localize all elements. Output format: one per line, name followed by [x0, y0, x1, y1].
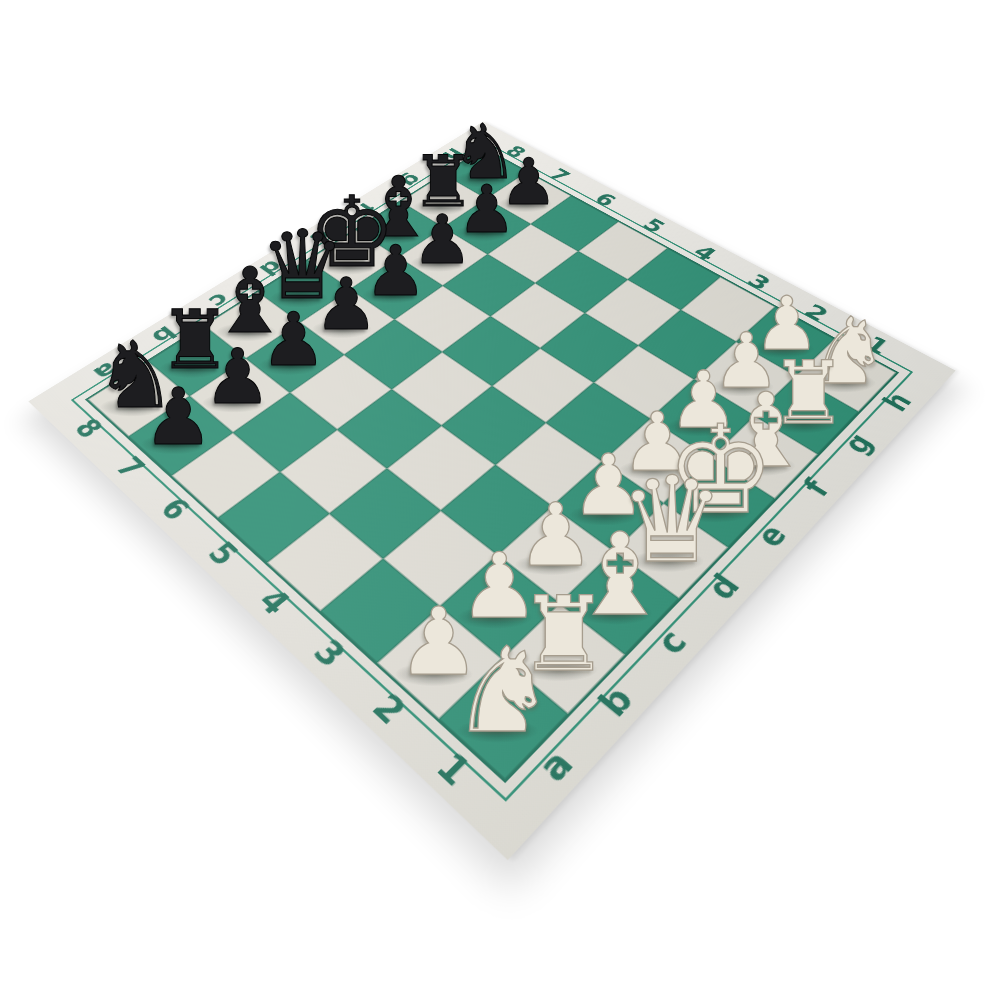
- chess-board-grid: [85, 147, 899, 783]
- file-label-near-c: c: [651, 624, 694, 660]
- file-label-near-a: a: [532, 744, 579, 789]
- file-label-near-g: g: [838, 429, 878, 458]
- board-scene: aabbccddeeffgghh1122334455667788: [0, 0, 1001, 1001]
- chess-set-photo: aabbccddeeffgghh1122334455667788 ♞♜♝♛♚♝♜…: [0, 0, 1001, 1001]
- chess-board-mat: aabbccddeeffgghh1122334455667788: [28, 121, 955, 860]
- file-label-near-f: f: [799, 475, 835, 501]
- file-label-near-e: e: [751, 520, 793, 553]
- file-label-far-f: f: [354, 200, 379, 216]
- rank-label-left-7: 7: [110, 453, 149, 483]
- rank-label-left-8: 8: [69, 415, 107, 443]
- rank-label-left-5: 5: [202, 537, 244, 571]
- rank-label-left-6: 6: [155, 494, 196, 526]
- rank-label-right-8: 8: [501, 143, 530, 160]
- file-label-near-b: b: [593, 681, 640, 723]
- file-label-near-h: h: [878, 388, 917, 415]
- rank-label-left-2: 2: [366, 688, 412, 731]
- rank-label-left-1: 1: [430, 747, 477, 793]
- file-label-near-d: d: [702, 569, 746, 605]
- rank-label-left-3: 3: [307, 634, 351, 674]
- rank-label-left-4: 4: [252, 584, 295, 621]
